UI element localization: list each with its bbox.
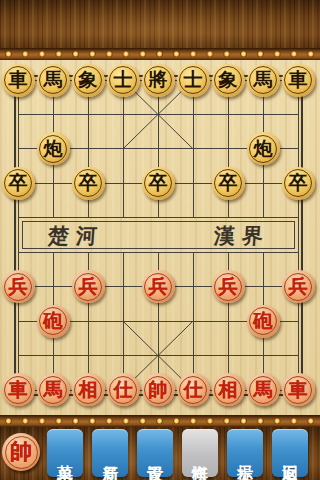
piece-black-soldier[interactable]: 卒 (72, 167, 105, 200)
piece-black-horse[interactable]: 馬 (37, 64, 70, 97)
piece-glyph: 卒 (2, 167, 35, 200)
piece-glyph: 兵 (142, 270, 175, 303)
xiangqi-board[interactable]: 楚河 漢界 車馬象士將士象馬車炮炮卒卒卒卒卒兵兵兵兵兵砲砲車馬相仕帥仕相馬車 (0, 60, 320, 415)
red-general-glyph: 帥 (2, 433, 40, 471)
piece-red-soldier[interactable]: 兵 (282, 270, 315, 303)
piece-glyph: 砲 (247, 305, 280, 338)
piece-glyph: 兵 (212, 270, 245, 303)
piece-red-cannon[interactable]: 砲 (37, 305, 70, 338)
piece-red-general[interactable]: 帥 (142, 373, 175, 406)
piece-glyph: 馬 (247, 373, 280, 406)
piece-glyph: 卒 (282, 167, 315, 200)
piece-black-chariot[interactable]: 車 (282, 64, 315, 97)
bottom-stud-border (0, 415, 320, 427)
piece-black-soldier[interactable]: 卒 (142, 167, 175, 200)
piece-glyph: 馬 (37, 373, 70, 406)
toolbar-buttons: 菜单 新局 设置 悔棋 提示 返回 (47, 429, 308, 477)
piece-black-soldier[interactable]: 卒 (2, 167, 35, 200)
piece-glyph: 兵 (72, 270, 105, 303)
piece-red-advisor[interactable]: 仕 (177, 373, 210, 406)
piece-glyph: 車 (282, 64, 315, 97)
piece-black-cannon[interactable]: 炮 (247, 132, 280, 165)
piece-red-horse[interactable]: 馬 (37, 373, 70, 406)
top-wood-frame (0, 0, 320, 48)
piece-black-horse[interactable]: 馬 (247, 64, 280, 97)
piece-black-advisor[interactable]: 士 (107, 64, 140, 97)
piece-red-cannon[interactable]: 砲 (247, 305, 280, 338)
top-stud-border (0, 48, 320, 60)
piece-red-chariot[interactable]: 車 (2, 373, 35, 406)
menu-button[interactable]: 菜单 (47, 429, 83, 477)
piece-red-soldier[interactable]: 兵 (142, 270, 175, 303)
piece-glyph: 相 (72, 373, 105, 406)
piece-black-soldier[interactable]: 卒 (282, 167, 315, 200)
piece-glyph: 砲 (37, 305, 70, 338)
piece-glyph: 馬 (37, 64, 70, 97)
piece-black-advisor[interactable]: 士 (177, 64, 210, 97)
red-turn-indicator: 帥 (2, 433, 40, 471)
hint-button[interactable]: 提示 (227, 429, 263, 477)
new-game-button[interactable]: 新局 (92, 429, 128, 477)
piece-black-elephant[interactable]: 象 (72, 64, 105, 97)
piece-red-advisor[interactable]: 仕 (107, 373, 140, 406)
piece-layer[interactable]: 車馬象士將士象馬車炮炮卒卒卒卒卒兵兵兵兵兵砲砲車馬相仕帥仕相馬車 (1, 63, 316, 407)
piece-glyph: 卒 (142, 167, 175, 200)
piece-glyph: 帥 (142, 373, 175, 406)
back-button[interactable]: 返回 (272, 429, 308, 477)
piece-red-soldier[interactable]: 兵 (212, 270, 245, 303)
piece-glyph: 兵 (282, 270, 315, 303)
piece-glyph: 馬 (247, 64, 280, 97)
piece-glyph: 仕 (177, 373, 210, 406)
rivet-row (0, 48, 320, 60)
piece-glyph: 車 (2, 373, 35, 406)
piece-red-soldier[interactable]: 兵 (2, 270, 35, 303)
piece-glyph: 卒 (72, 167, 105, 200)
piece-glyph: 將 (142, 64, 175, 97)
piece-glyph: 相 (212, 373, 245, 406)
piece-red-horse[interactable]: 馬 (247, 373, 280, 406)
piece-glyph: 兵 (2, 270, 35, 303)
piece-glyph: 象 (72, 64, 105, 97)
undo-button[interactable]: 悔棋 (182, 429, 218, 477)
piece-glyph: 仕 (107, 373, 140, 406)
piece-glyph: 炮 (247, 132, 280, 165)
rivet-row (0, 415, 320, 427)
piece-black-elephant[interactable]: 象 (212, 64, 245, 97)
piece-glyph: 象 (212, 64, 245, 97)
piece-glyph: 車 (282, 373, 315, 406)
piece-glyph: 士 (177, 64, 210, 97)
piece-glyph: 車 (2, 64, 35, 97)
piece-black-chariot[interactable]: 車 (2, 64, 35, 97)
piece-black-cannon[interactable]: 炮 (37, 132, 70, 165)
settings-button[interactable]: 设置 (137, 429, 173, 477)
piece-black-general[interactable]: 將 (142, 64, 175, 97)
piece-red-elephant[interactable]: 相 (72, 373, 105, 406)
piece-red-elephant[interactable]: 相 (212, 373, 245, 406)
piece-red-chariot[interactable]: 車 (282, 373, 315, 406)
piece-black-soldier[interactable]: 卒 (212, 167, 245, 200)
piece-glyph: 卒 (212, 167, 245, 200)
piece-glyph: 炮 (37, 132, 70, 165)
bottom-toolbar: 帥 菜单 新局 设置 悔棋 提示 返回 (0, 427, 320, 480)
piece-red-soldier[interactable]: 兵 (72, 270, 105, 303)
piece-glyph: 士 (107, 64, 140, 97)
